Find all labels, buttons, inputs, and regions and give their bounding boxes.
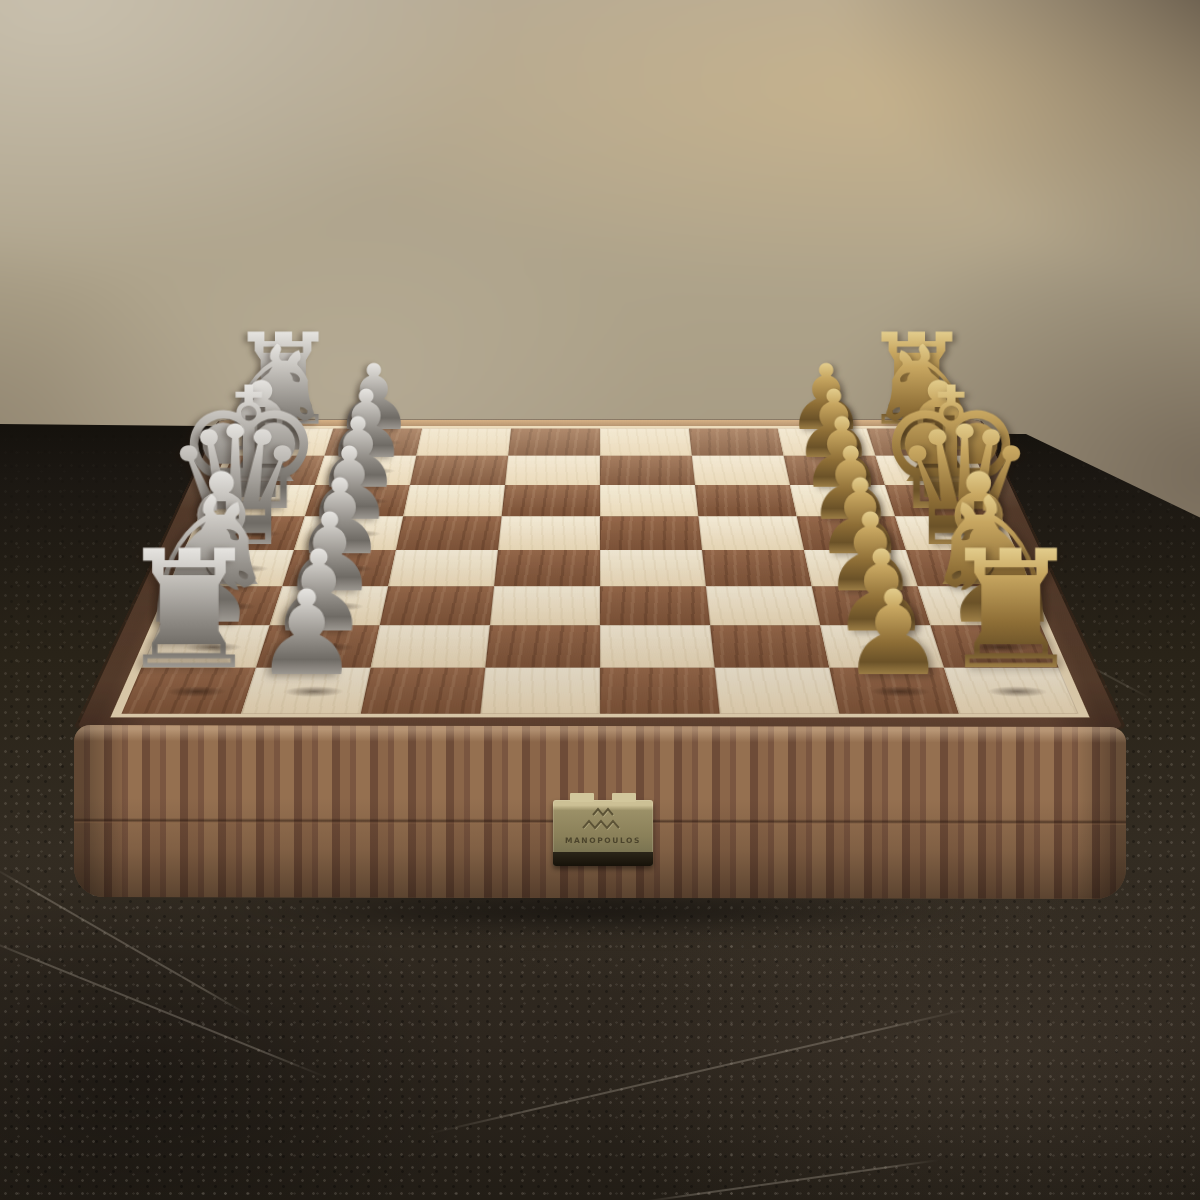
piece-glyph: ♜ xyxy=(116,529,262,692)
chess-box-lid: ♜♟♟♜♞♟♟♞♝♟♟♝♚♟♟♚♛♟♟♛♝♟♟♝♞♟♟♞♜♟♟♜ xyxy=(77,420,1123,729)
square-f3[interactable] xyxy=(403,485,505,516)
square-g6[interactable] xyxy=(692,456,790,485)
square-f6[interactable] xyxy=(695,485,797,516)
photo-scene: ♜♟♟♜♞♟♟♞♝♟♟♝♚♟♟♚♛♟♟♛♝♟♟♝♞♟♟♞♜♟♟♜ MANOPOU… xyxy=(0,0,1200,1200)
piece-glyph: ♟ xyxy=(254,575,359,692)
white-rook-a1[interactable]: ♜ xyxy=(121,668,256,714)
square-g5[interactable] xyxy=(600,456,695,485)
board-grid: ♜♟♟♜♞♟♟♞♝♟♟♝♚♟♟♚♛♟♟♛♝♟♟♝♞♟♟♞♜♟♟♜ xyxy=(121,428,1078,713)
brass-latch[interactable]: MANOPOULOS xyxy=(553,800,653,866)
square-a1[interactable]: ♜ xyxy=(121,668,256,714)
square-h4[interactable] xyxy=(508,428,600,455)
square-c5[interactable] xyxy=(600,586,710,625)
square-c4[interactable] xyxy=(490,586,600,625)
square-e6[interactable] xyxy=(698,516,804,550)
square-f5[interactable] xyxy=(600,485,698,516)
square-a3[interactable] xyxy=(361,668,486,714)
square-b6[interactable] xyxy=(710,625,829,667)
latch-keeper-strip xyxy=(553,852,653,866)
square-b5[interactable] xyxy=(600,625,715,667)
piece-glyph: ♜ xyxy=(938,529,1084,692)
square-d5[interactable] xyxy=(600,550,706,586)
square-g4[interactable] xyxy=(505,456,600,485)
manopoulos-logo-icon xyxy=(575,806,631,836)
square-b3[interactable] xyxy=(371,625,490,667)
square-a6[interactable] xyxy=(715,668,840,714)
square-g3[interactable] xyxy=(410,456,508,485)
square-h6[interactable] xyxy=(689,428,784,455)
square-c3[interactable] xyxy=(380,586,494,625)
square-a2[interactable]: ♟ xyxy=(241,668,371,714)
chessboard: ♜♟♟♜♞♟♟♞♝♟♟♝♚♟♟♚♛♟♟♛♝♟♟♝♞♟♟♞♜♟♟♜ xyxy=(77,420,1123,729)
latch-brand-text: MANOPOULOS xyxy=(553,836,653,845)
white-pawn-a2[interactable]: ♟ xyxy=(241,668,371,714)
square-a8[interactable]: ♜ xyxy=(944,668,1079,714)
chessboard-3d-scene: ♜♟♟♜♞♟♟♞♝♟♟♝♚♟♟♚♛♟♟♛♝♟♟♝♞♟♟♞♜♟♟♜ xyxy=(0,0,1200,1200)
square-d6[interactable] xyxy=(702,550,812,586)
square-d4[interactable] xyxy=(494,550,600,586)
square-d3[interactable] xyxy=(388,550,498,586)
square-f4[interactable] xyxy=(502,485,600,516)
square-h5[interactable] xyxy=(600,428,692,455)
square-h3[interactable] xyxy=(416,428,511,455)
square-e5[interactable] xyxy=(600,516,702,550)
square-c6[interactable] xyxy=(706,586,820,625)
square-e4[interactable] xyxy=(498,516,600,550)
piece-glyph: ♟ xyxy=(841,575,946,692)
square-b4[interactable] xyxy=(485,625,600,667)
black-rook-a8[interactable]: ♜ xyxy=(944,668,1079,714)
square-a4[interactable] xyxy=(480,668,600,714)
square-e3[interactable] xyxy=(396,516,502,550)
square-a5[interactable] xyxy=(600,668,720,714)
